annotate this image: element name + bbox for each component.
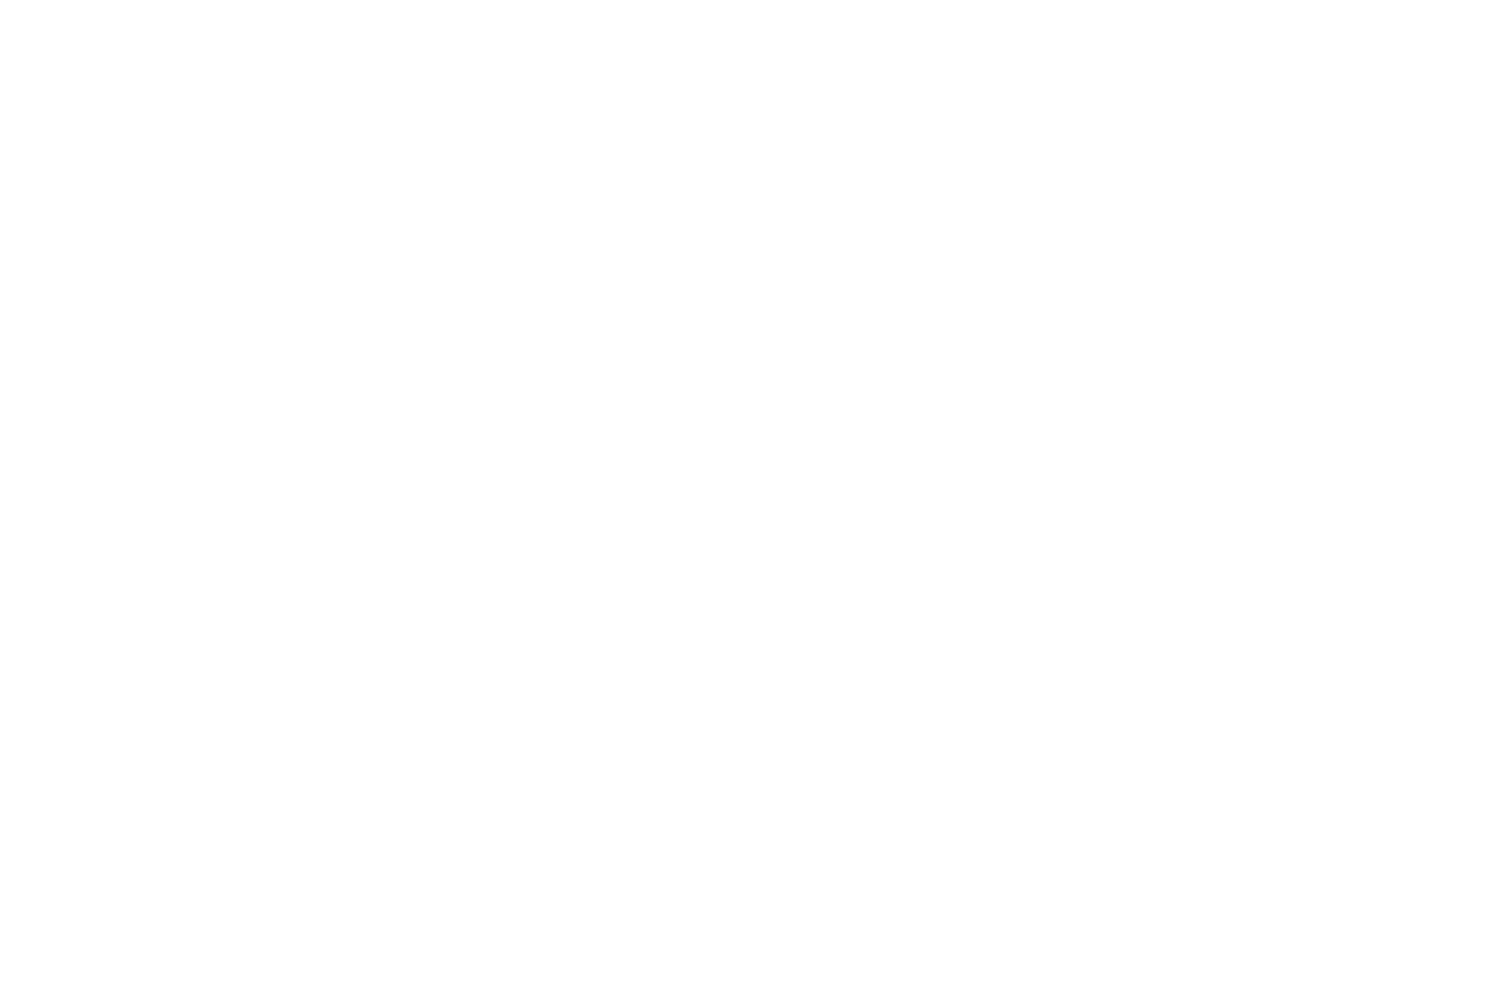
product-photo-scene (0, 0, 1500, 1000)
fanorona-board-photo (0, 0, 1500, 1000)
